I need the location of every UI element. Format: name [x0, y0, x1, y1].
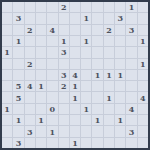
cell-r5c9[interactable] [104, 59, 114, 69]
cell-r10c1[interactable]: 1 [13, 115, 23, 125]
cell-r5c10[interactable] [115, 59, 125, 69]
cell-r6c12[interactable] [138, 70, 148, 80]
cell-r3c5[interactable]: 1 [59, 36, 69, 46]
cell-r0c3[interactable] [36, 2, 46, 12]
cell-r7c4[interactable] [47, 81, 57, 91]
cell-r8c11[interactable] [126, 92, 136, 102]
cell-r7c1[interactable]: 5 [13, 81, 23, 91]
cell-r7c2[interactable]: 4 [25, 81, 35, 91]
cell-r4c7[interactable] [81, 47, 91, 57]
cell-r11c4[interactable]: 1 [47, 126, 57, 136]
cell-r10c2[interactable] [25, 115, 35, 125]
cell-r9c0[interactable]: 1 [2, 104, 12, 114]
cell-r10c5[interactable] [59, 115, 69, 125]
cell-r0c4[interactable] [47, 2, 57, 12]
cell-r6c11[interactable] [126, 70, 136, 80]
cell-r3c7[interactable]: 1 [81, 36, 91, 46]
cell-r1c7[interactable]: 1 [81, 13, 91, 23]
cell-r11c11[interactable]: 3 [126, 126, 136, 136]
cell-r4c9[interactable] [104, 47, 114, 57]
cell-r10c3[interactable]: 1 [36, 115, 46, 125]
cell-r10c8[interactable]: 1 [92, 115, 102, 125]
cell-r4c5[interactable]: 3 [59, 47, 69, 57]
cell-r1c11[interactable] [126, 13, 136, 23]
cell-r8c4[interactable] [47, 92, 57, 102]
cell-r1c4[interactable] [47, 13, 57, 23]
cell-r8c6[interactable]: 1 [70, 92, 80, 102]
cell-r0c6[interactable] [70, 2, 80, 12]
cell-r2c11[interactable]: 3 [126, 25, 136, 35]
cell-r8c0[interactable] [2, 92, 12, 102]
cell-r4c3[interactable] [36, 47, 46, 57]
cell-r7c12[interactable] [138, 81, 148, 91]
cell-r11c2[interactable]: 3 [25, 126, 35, 136]
cell-r3c10[interactable] [115, 36, 125, 46]
cell-r9c3[interactable] [36, 104, 46, 114]
cell-r2c8[interactable] [92, 25, 102, 35]
cell-r0c10[interactable] [115, 2, 125, 12]
cell-r5c3[interactable] [36, 59, 46, 69]
cell-r0c7[interactable] [81, 2, 91, 12]
cell-r5c11[interactable] [126, 59, 136, 69]
cell-r7c3[interactable]: 1 [36, 81, 46, 91]
cell-r5c7[interactable] [81, 59, 91, 69]
cell-r10c11[interactable] [126, 115, 136, 125]
cell-r6c3[interactable] [36, 70, 46, 80]
cell-r4c6[interactable] [70, 47, 80, 57]
cell-r7c5[interactable]: 2 [59, 81, 69, 91]
cell-r7c7[interactable] [81, 81, 91, 91]
cell-r6c1[interactable] [13, 70, 23, 80]
cell-r8c8[interactable] [92, 92, 102, 102]
cell-r2c7[interactable] [81, 25, 91, 35]
cell-r7c6[interactable]: 1 [70, 81, 80, 91]
cell-r8c5[interactable] [59, 92, 69, 102]
cell-r12c9[interactable] [104, 138, 114, 148]
cell-r4c12[interactable] [138, 47, 148, 57]
cell-r1c12[interactable] [138, 13, 148, 23]
cell-r11c3[interactable] [36, 126, 46, 136]
cell-r10c9[interactable] [104, 115, 114, 125]
cell-r11c12[interactable] [138, 126, 148, 136]
cell-r8c1[interactable]: 5 [13, 92, 23, 102]
cell-r4c8[interactable] [92, 47, 102, 57]
cell-r11c10[interactable] [115, 126, 125, 136]
cell-r0c5[interactable]: 2 [59, 2, 69, 12]
cell-r10c12[interactable] [138, 115, 148, 125]
cell-r11c7[interactable] [81, 126, 91, 136]
cell-r5c1[interactable] [13, 59, 23, 69]
cell-r5c5[interactable] [59, 59, 69, 69]
cell-r1c10[interactable]: 3 [115, 13, 125, 23]
cell-r4c10[interactable] [115, 47, 125, 57]
cell-r10c7[interactable] [81, 115, 91, 125]
cell-r11c1[interactable] [13, 126, 23, 136]
cell-r10c0[interactable] [2, 115, 12, 125]
cell-r5c2[interactable]: 2 [25, 59, 35, 69]
cell-r3c0[interactable] [2, 36, 12, 46]
cell-r7c11[interactable] [126, 81, 136, 91]
cell-r1c9[interactable] [104, 13, 114, 23]
cell-r0c11[interactable]: 1 [126, 2, 136, 12]
cell-r9c4[interactable]: 0 [47, 104, 57, 114]
cell-r9c12[interactable] [138, 104, 148, 114]
cell-r2c9[interactable]: 2 [104, 25, 114, 35]
cell-r9c7[interactable]: 1 [81, 104, 91, 114]
cell-r9c1[interactable] [13, 104, 23, 114]
cell-r3c8[interactable] [92, 36, 102, 46]
cell-r12c4[interactable] [47, 138, 57, 148]
cell-r2c2[interactable]: 2 [25, 25, 35, 35]
cell-r6c9[interactable]: 1 [104, 70, 114, 80]
cell-r3c1[interactable]: 1 [13, 36, 23, 46]
cell-r12c11[interactable] [126, 138, 136, 148]
cell-r6c6[interactable]: 4 [70, 70, 80, 80]
mosaic-grid: 2131324231111132134111541215114101411113… [2, 2, 148, 148]
cell-r4c0[interactable]: 1 [2, 47, 12, 57]
cell-r7c10[interactable] [115, 81, 125, 91]
cell-r2c3[interactable] [36, 25, 46, 35]
cell-r5c12[interactable]: 1 [138, 59, 148, 69]
cell-r9c8[interactable] [92, 104, 102, 114]
cell-r8c10[interactable] [115, 92, 125, 102]
cell-r3c12[interactable]: 1 [138, 36, 148, 46]
cell-r4c11[interactable] [126, 47, 136, 57]
cell-r10c4[interactable] [47, 115, 57, 125]
cell-r8c12[interactable]: 4 [138, 92, 148, 102]
cell-r0c12[interactable] [138, 2, 148, 12]
cell-r3c3[interactable] [36, 36, 46, 46]
cell-r12c8[interactable] [92, 138, 102, 148]
cell-r11c5[interactable] [59, 126, 69, 136]
cell-r3c2[interactable] [25, 36, 35, 46]
cell-r9c6[interactable] [70, 104, 80, 114]
cell-r3c6[interactable] [70, 36, 80, 46]
cell-r12c3[interactable] [36, 138, 46, 148]
cell-r6c0[interactable] [2, 70, 12, 80]
cell-r2c4[interactable]: 4 [47, 25, 57, 35]
cell-r2c12[interactable] [138, 25, 148, 35]
cell-r6c4[interactable] [47, 70, 57, 80]
cell-r1c0[interactable] [2, 13, 12, 23]
cell-r2c0[interactable] [2, 25, 12, 35]
cell-r12c10[interactable] [115, 138, 125, 148]
cell-r12c6[interactable]: 1 [70, 138, 80, 148]
cell-r9c11[interactable]: 4 [126, 104, 136, 114]
cell-r2c1[interactable] [13, 25, 23, 35]
cell-r11c6[interactable] [70, 126, 80, 136]
cell-r6c7[interactable] [81, 70, 91, 80]
cell-r4c2[interactable] [25, 47, 35, 57]
cell-r5c0[interactable] [2, 59, 12, 69]
cell-r11c9[interactable] [104, 126, 114, 136]
cell-r9c2[interactable] [25, 104, 35, 114]
cell-r6c10[interactable]: 1 [115, 70, 125, 80]
cell-r11c8[interactable] [92, 126, 102, 136]
cell-r10c10[interactable]: 1 [115, 115, 125, 125]
cell-r8c2[interactable] [25, 92, 35, 102]
cell-r9c10[interactable] [115, 104, 125, 114]
cell-r0c8[interactable] [92, 2, 102, 12]
cell-r6c2[interactable] [25, 70, 35, 80]
cell-r10c6[interactable] [70, 115, 80, 125]
cell-r5c4[interactable] [47, 59, 57, 69]
cell-r12c7[interactable] [81, 138, 91, 148]
cell-r8c7[interactable] [81, 92, 91, 102]
cell-r5c8[interactable] [92, 59, 102, 69]
mosaic-board-frame: 2131324231111132134111541215114101411113… [0, 0, 150, 150]
cell-r12c1[interactable]: 3 [13, 138, 23, 148]
cell-r3c4[interactable] [47, 36, 57, 46]
cell-r9c9[interactable] [104, 104, 114, 114]
cell-r1c8[interactable] [92, 13, 102, 23]
cell-r0c9[interactable] [104, 2, 114, 12]
cell-r1c5[interactable] [59, 13, 69, 23]
cell-r1c3[interactable] [36, 13, 46, 23]
cell-r0c1[interactable] [13, 2, 23, 12]
cell-r2c6[interactable] [70, 25, 80, 35]
cell-r2c5[interactable] [59, 25, 69, 35]
cell-r3c9[interactable] [104, 36, 114, 46]
cell-r7c9[interactable] [104, 81, 114, 91]
cell-r3c11[interactable] [126, 36, 136, 46]
cell-r12c5[interactable] [59, 138, 69, 148]
cell-r1c6[interactable] [70, 13, 80, 23]
cell-r5c6[interactable] [70, 59, 80, 69]
cell-r11c0[interactable] [2, 126, 12, 136]
cell-r7c8[interactable] [92, 81, 102, 91]
cell-r6c5[interactable]: 3 [59, 70, 69, 80]
cell-r4c1[interactable] [13, 47, 23, 57]
cell-r1c2[interactable] [25, 13, 35, 23]
cell-r12c0[interactable] [2, 138, 12, 148]
cell-r8c9[interactable]: 1 [104, 92, 114, 102]
cell-r6c8[interactable]: 1 [92, 70, 102, 80]
cell-r1c1[interactable]: 3 [13, 13, 23, 23]
cell-r7c0[interactable] [2, 81, 12, 91]
cell-r4c4[interactable] [47, 47, 57, 57]
cell-r0c2[interactable] [25, 2, 35, 12]
cell-r8c3[interactable] [36, 92, 46, 102]
cell-r12c2[interactable] [25, 138, 35, 148]
cell-r0c0[interactable] [2, 2, 12, 12]
cell-r12c12[interactable] [138, 138, 148, 148]
cell-r9c5[interactable] [59, 104, 69, 114]
cell-r2c10[interactable] [115, 25, 125, 35]
